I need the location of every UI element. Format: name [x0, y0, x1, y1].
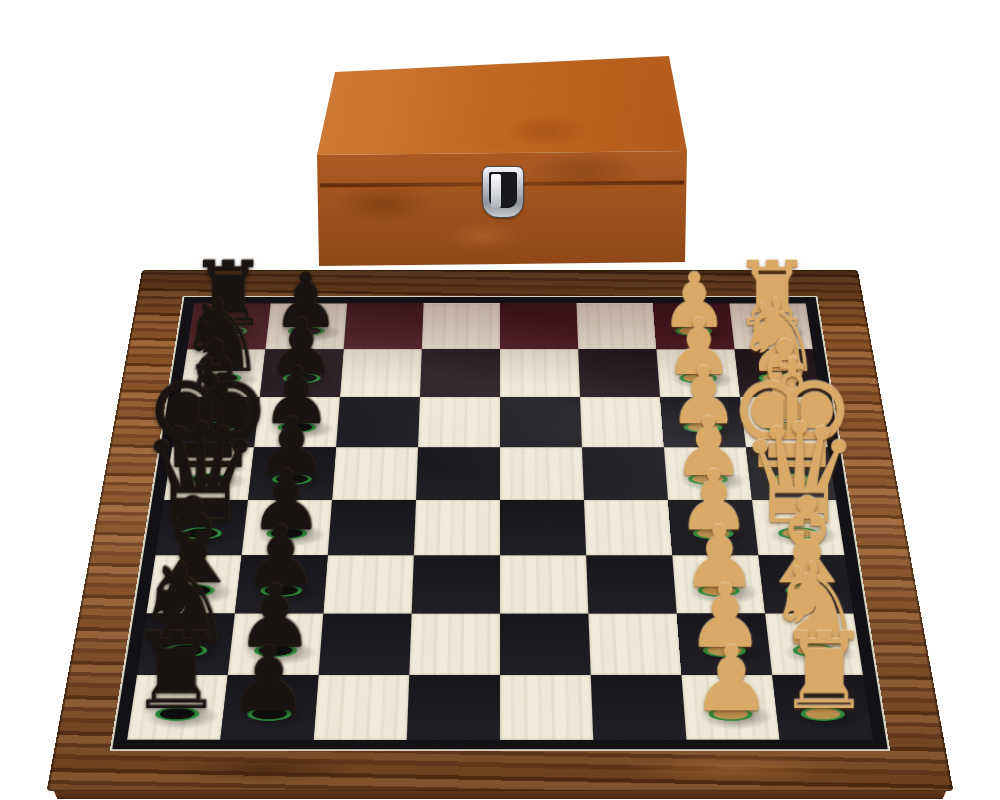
square-r8c8[interactable]: ♜	[772, 675, 873, 740]
black-pieces-reflection	[166, 756, 360, 784]
square-r6c3[interactable]	[323, 555, 414, 613]
square-r4c4[interactable]	[416, 447, 500, 500]
chess-board: ♜♟♟♜♞♟♟♞♝♟♟♝♚♟♟♚♛♟♟♛♝♟♟♝♞♟♟♞♜♟♟♜	[47, 270, 954, 791]
square-r2c5[interactable]	[500, 349, 580, 397]
white-pieces-reflection	[627, 754, 843, 783]
square-r8c2[interactable]: ♟	[220, 675, 318, 740]
square-r5c6[interactable]	[584, 500, 672, 555]
square-r1c4[interactable]	[422, 303, 500, 349]
square-r7c5[interactable]	[500, 614, 591, 675]
square-r8c1[interactable]: ♜	[127, 675, 228, 740]
square-r3c4[interactable]	[418, 397, 500, 447]
storage-box	[316, 54, 688, 268]
square-r5c4[interactable]	[414, 500, 500, 555]
square-r3c3[interactable]	[336, 397, 420, 447]
square-r2c3[interactable]	[340, 349, 422, 397]
square-r7c6[interactable]	[588, 614, 681, 675]
piece-black-pawn[interactable]: ♟	[228, 637, 309, 723]
square-r6c4[interactable]	[412, 555, 500, 613]
square-r6c6[interactable]	[586, 555, 677, 613]
square-r2c6[interactable]	[578, 349, 660, 397]
piece-white-pawn[interactable]: ♟	[691, 637, 772, 723]
square-r5c3[interactable]	[328, 500, 416, 555]
box-clasp	[482, 166, 524, 218]
square-r1c6[interactable]	[576, 303, 656, 349]
square-r8c7[interactable]: ♟	[681, 675, 779, 740]
square-r3c6[interactable]	[580, 397, 664, 447]
square-r8c4[interactable]	[407, 675, 500, 740]
square-r4c3[interactable]	[332, 447, 418, 500]
board-inlay-frame: ♜♟♟♜♞♟♟♞♝♟♟♝♚♟♟♚♛♟♟♛♝♟♟♝♞♟♟♞♜♟♟♜	[110, 296, 890, 751]
piece-black-rook[interactable]: ♜	[129, 622, 224, 722]
square-r4c6[interactable]	[582, 447, 668, 500]
square-r8c5[interactable]	[500, 675, 593, 740]
square-r7c4[interactable]	[409, 614, 500, 675]
square-r4c5[interactable]	[500, 447, 584, 500]
square-r1c3[interactable]	[344, 303, 424, 349]
square-r6c5[interactable]	[500, 555, 588, 613]
square-r5c5[interactable]	[500, 500, 586, 555]
product-photo-stage: ♜♟♟♜♞♟♟♞♝♟♟♝♚♟♟♚♛♟♟♛♝♟♟♝♞♟♟♞♜♟♟♜	[0, 0, 1000, 800]
box-clasp-bar	[491, 174, 501, 208]
square-r8c3[interactable]	[314, 675, 410, 740]
square-r1c5[interactable]	[500, 303, 578, 349]
board-grid: ♜♟♟♜♞♟♟♞♝♟♟♝♚♟♟♚♛♟♟♛♝♟♟♝♞♟♟♞♜♟♟♜	[127, 303, 873, 739]
square-r7c3[interactable]	[319, 614, 412, 675]
square-r2c4[interactable]	[420, 349, 500, 397]
square-r3c5[interactable]	[500, 397, 582, 447]
square-r8c6[interactable]	[591, 675, 687, 740]
piece-white-rook[interactable]: ♜	[777, 622, 872, 722]
